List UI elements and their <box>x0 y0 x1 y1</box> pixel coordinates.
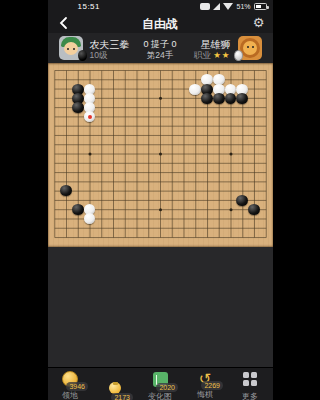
clock: 15:51 <box>78 2 101 11</box>
status-bar: 15:51 51% <box>48 0 273 13</box>
count-badge: 3946 <box>66 382 88 391</box>
board-stones-layer <box>48 66 271 242</box>
battery-icon <box>254 3 267 10</box>
black-stone[interactable] <box>72 204 84 215</box>
black-stone[interactable] <box>225 93 237 104</box>
pro-stars: ★★ <box>213 50 230 60</box>
count-badge: 2020 <box>156 383 178 392</box>
count-badge: 2269 <box>201 381 223 390</box>
bottom-toolbar: 3946领地2173支招2020变化图↺2269悔棋更多 <box>48 367 273 400</box>
signal-icon <box>213 3 220 10</box>
black-stone[interactable] <box>236 195 248 206</box>
white-stone[interactable] <box>189 84 201 95</box>
lion-face <box>243 41 257 55</box>
black-stone[interactable] <box>236 93 248 104</box>
wifi-icon <box>223 3 233 10</box>
toolbar-item-变化图[interactable]: 2020变化图 <box>139 370 181 400</box>
white-stone[interactable] <box>84 111 96 122</box>
toolbar-label: 更多 <box>229 391 271 400</box>
toolbar-item-更多[interactable]: 更多 <box>229 370 271 400</box>
toolbar-label: 变化图 <box>139 391 181 400</box>
white-player-avatar[interactable] <box>238 36 262 60</box>
battery-percent: 51% <box>236 3 250 10</box>
player-bar: 农夫三拳 10级 0 提子 0 第24手 星雄狮 职业 ★★ <box>48 33 273 63</box>
territory-coin-icon: 3946 <box>61 371 79 389</box>
undo-arrow-icon: ↺2269 <box>196 370 214 388</box>
app-screen: 15:51 51% 自由战 ⚙ 农夫三拳 10级 0 提子 0 第24手 星雄狮 <box>48 0 273 400</box>
count-badge: 2173 <box>111 393 133 400</box>
black-stone[interactable] <box>72 102 84 113</box>
status-icons: 51% <box>200 2 266 11</box>
white-player-rank: 职业 ★★ <box>194 50 231 62</box>
hint-bulb-icon: 2173 <box>106 382 124 400</box>
variation-map-icon: 2020 <box>151 372 169 390</box>
toolbar-item-悔棋[interactable]: ↺2269悔棋 <box>184 370 226 400</box>
black-stone[interactable] <box>201 93 213 104</box>
white-stone-indicator <box>234 50 243 61</box>
pip-icon <box>200 3 210 10</box>
black-stone[interactable] <box>60 185 72 196</box>
white-stone[interactable] <box>84 213 96 224</box>
black-stone[interactable] <box>248 204 260 215</box>
last-move-marker <box>88 115 92 119</box>
settings-gear-icon[interactable]: ⚙ <box>253 15 265 31</box>
more-grid-icon <box>241 372 259 390</box>
black-stone[interactable] <box>213 93 225 104</box>
toolbar-item-支招[interactable]: 2173支招 <box>94 370 136 400</box>
toolbar-label: 领地 <box>49 390 91 400</box>
page-title: 自由战 <box>48 16 273 33</box>
nav-bar: 自由战 ⚙ <box>48 13 273 33</box>
toolbar-label: 悔棋 <box>184 389 226 400</box>
toolbar-item-领地[interactable]: 3946领地 <box>49 370 91 400</box>
go-board[interactable] <box>48 63 273 247</box>
